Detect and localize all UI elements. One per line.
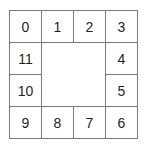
board-grid: 0 1 2 3 4 5 6 7 8 9 10 11 [9,10,138,139]
cell-7: 7 [74,107,106,139]
cell-8: 8 [42,107,74,139]
empty-center-region [42,43,106,107]
cell-6: 6 [106,107,138,139]
cell-2: 2 [74,11,106,43]
puzzle-diagram: 0 1 2 3 4 5 6 7 8 9 10 11 [0,0,150,152]
cell-4: 4 [106,43,138,75]
cell-0: 0 [10,11,42,43]
cell-3: 3 [106,11,138,43]
cell-9: 9 [10,107,42,139]
cell-11: 11 [10,43,42,75]
cell-5: 5 [106,75,138,107]
cell-10: 10 [10,75,42,107]
cell-1: 1 [42,11,74,43]
